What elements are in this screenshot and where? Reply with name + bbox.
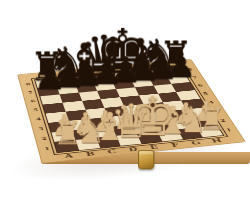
brass-clasp-icon [138, 150, 154, 170]
square-a7: ♟ [38, 86, 60, 96]
piece-white-rook-a1: ♜ [53, 117, 82, 150]
file-label-h: H [204, 136, 229, 145]
square-a1: ♜ [54, 140, 78, 152]
file-label-b: B [78, 149, 102, 158]
file-label-a: A [57, 151, 81, 160]
product-photo: 87654321 87654321 ABCDEFGH ♜♞♝♛♚♝♞♜♟♟♟♟♟… [0, 0, 250, 200]
piece-black-pawn-a7: ♟ [33, 59, 65, 95]
rank-label-3: 3 [33, 123, 49, 134]
